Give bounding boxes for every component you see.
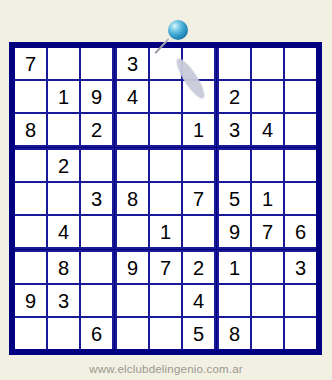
cell-r2c8[interactable] [252,81,283,112]
cell-r9c9[interactable] [285,318,316,349]
cell-r3c4[interactable] [117,114,148,145]
cell-r7c3[interactable] [81,252,112,283]
cell-r7c1[interactable] [15,252,46,283]
box-separator-horizontal-1 [15,147,316,148]
cell-r8c8[interactable] [252,285,283,316]
cell-r1c3[interactable] [81,48,112,79]
cell-r4c8[interactable] [252,150,283,181]
cell-r6c1[interactable] [15,216,46,247]
cell-r8c2[interactable]: 3 [48,285,79,316]
cell-r3c2[interactable] [48,114,79,145]
cell-r3c6[interactable]: 1 [183,114,214,145]
cell-r9c4[interactable] [117,318,148,349]
cell-r1c2[interactable] [48,48,79,79]
cell-r7c7[interactable]: 1 [219,252,250,283]
cell-r3c3[interactable]: 2 [81,114,112,145]
cell-r5c1[interactable] [15,183,46,214]
watermark: www.elclubdelingenio.com.ar [0,363,332,375]
cell-r9c2[interactable] [48,318,79,349]
cell-r3c8[interactable]: 4 [252,114,283,145]
box-separator-horizontal-2 [15,249,316,250]
sudoku-board: 7319428213423875141976897213934658 [9,42,322,355]
cell-r6c6[interactable] [183,216,214,247]
cell-r9c6[interactable]: 5 [183,318,214,349]
pushpin-head [168,20,188,40]
cell-r5c8[interactable]: 1 [252,183,283,214]
cell-r5c2[interactable] [48,183,79,214]
cell-r2c5[interactable] [150,81,181,112]
cell-r2c1[interactable] [15,81,46,112]
cell-r3c7[interactable]: 3 [219,114,250,145]
cell-r4c4[interactable] [117,150,148,181]
cell-r4c2[interactable]: 2 [48,150,79,181]
cell-r7c6[interactable]: 2 [183,252,214,283]
cell-r8c1[interactable]: 9 [15,285,46,316]
cell-r5c4[interactable]: 8 [117,183,148,214]
cell-r2c4[interactable]: 4 [117,81,148,112]
box-separator-vertical-2 [216,48,217,349]
cell-r1c8[interactable] [252,48,283,79]
cell-r5c5[interactable] [150,183,181,214]
cell-r9c5[interactable] [150,318,181,349]
cell-r6c5[interactable]: 1 [150,216,181,247]
cell-r7c2[interactable]: 8 [48,252,79,283]
cell-r6c9[interactable]: 6 [285,216,316,247]
cell-r4c1[interactable] [15,150,46,181]
cell-r7c5[interactable]: 7 [150,252,181,283]
cell-r1c4[interactable]: 3 [117,48,148,79]
cell-r8c7[interactable] [219,285,250,316]
cell-r3c5[interactable] [150,114,181,145]
cell-r6c4[interactable] [117,216,148,247]
cell-r8c4[interactable] [117,285,148,316]
cell-r4c5[interactable] [150,150,181,181]
cell-r8c3[interactable] [81,285,112,316]
cell-r5c9[interactable] [285,183,316,214]
cell-r9c7[interactable]: 8 [219,318,250,349]
cell-r7c8[interactable] [252,252,283,283]
cell-r8c9[interactable] [285,285,316,316]
cell-r6c3[interactable] [81,216,112,247]
cell-r9c1[interactable] [15,318,46,349]
box-separator-vertical-1 [114,48,115,349]
cell-r2c2[interactable]: 1 [48,81,79,112]
cell-r5c7[interactable]: 5 [219,183,250,214]
cell-r2c3[interactable]: 9 [81,81,112,112]
cell-r8c5[interactable] [150,285,181,316]
cell-r1c1[interactable]: 7 [15,48,46,79]
cell-r5c3[interactable]: 3 [81,183,112,214]
cell-r8c6[interactable]: 4 [183,285,214,316]
cell-r7c9[interactable]: 3 [285,252,316,283]
cell-r6c2[interactable]: 4 [48,216,79,247]
cell-r9c8[interactable] [252,318,283,349]
cell-r4c7[interactable] [219,150,250,181]
cell-r1c9[interactable] [285,48,316,79]
cell-r9c3[interactable]: 6 [81,318,112,349]
cell-r6c7[interactable]: 9 [219,216,250,247]
cell-r2c7[interactable]: 2 [219,81,250,112]
cell-r2c9[interactable] [285,81,316,112]
cell-r5c6[interactable]: 7 [183,183,214,214]
cell-r3c1[interactable]: 8 [15,114,46,145]
cell-r4c6[interactable] [183,150,214,181]
cell-r1c7[interactable] [219,48,250,79]
cell-r7c4[interactable]: 9 [117,252,148,283]
cell-r6c8[interactable]: 7 [252,216,283,247]
cell-r3c9[interactable] [285,114,316,145]
cell-r4c9[interactable] [285,150,316,181]
cell-r4c3[interactable] [81,150,112,181]
